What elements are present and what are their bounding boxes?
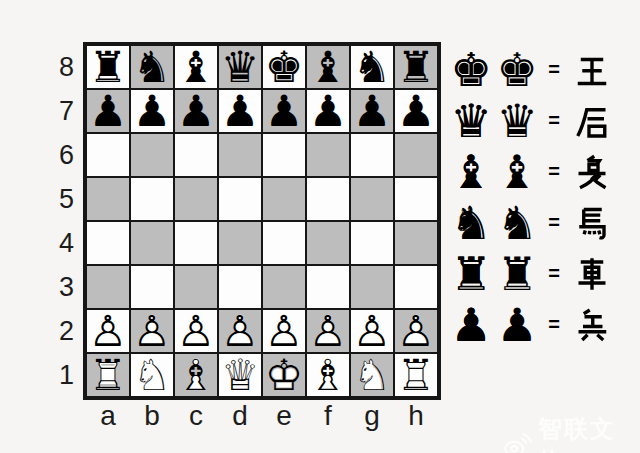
black-pawn: ♟: [351, 90, 393, 132]
white-pawn: ♟♙: [395, 310, 437, 352]
black-pawn: ♟: [219, 90, 261, 132]
square-c1[interactable]: ♝♗: [175, 354, 217, 396]
rank-label-5: 5: [48, 178, 78, 220]
white-rook-icon: ♜♖: [448, 249, 494, 299]
legend-row-pawn: ♟♙ ♟ = 兵: [448, 299, 610, 350]
black-pawn: ♟: [87, 90, 129, 132]
black-knight: ♞: [131, 46, 173, 88]
black-knight-glyph: ♞: [494, 198, 540, 248]
square-d2[interactable]: ♟♙: [219, 310, 261, 352]
square-a1[interactable]: ♜♖: [87, 354, 129, 396]
equals-sign: =: [540, 211, 568, 234]
square-h6[interactable]: [395, 134, 437, 176]
white-queen-outline: ♕: [448, 96, 494, 146]
square-g8[interactable]: ♞: [351, 46, 393, 88]
rank-label-2: 2: [48, 310, 78, 352]
watermark: 智联文体: [502, 413, 640, 453]
file-label-f: f: [307, 401, 349, 431]
white-bishop-icon: ♝♗: [448, 147, 494, 197]
square-g6[interactable]: [351, 134, 393, 176]
square-h8[interactable]: ♜: [395, 46, 437, 88]
square-b3[interactable]: [131, 266, 173, 308]
hanzi-pawn-icon: 兵: [574, 306, 610, 344]
equals-sign: =: [540, 262, 568, 285]
square-e8[interactable]: ♚: [263, 46, 305, 88]
square-d6[interactable]: [219, 134, 261, 176]
white-queen: ♛♕: [219, 354, 261, 396]
square-a2[interactable]: ♟♙: [87, 310, 129, 352]
square-d1[interactable]: ♛♕: [219, 354, 261, 396]
square-f2[interactable]: ♟♙: [307, 310, 349, 352]
rank-label-4: 4: [48, 222, 78, 264]
square-c4[interactable]: [175, 222, 217, 264]
black-king: ♚: [263, 46, 305, 88]
square-b2[interactable]: ♟♙: [131, 310, 173, 352]
file-label-c: c: [175, 401, 217, 431]
white-pawn: ♟♙: [131, 310, 173, 352]
square-g1[interactable]: ♞♘: [351, 354, 393, 396]
black-pawn: ♟: [131, 90, 173, 132]
black-pawn: ♟: [175, 90, 217, 132]
square-f3[interactable]: [307, 266, 349, 308]
black-rook: ♜: [87, 46, 129, 88]
square-e3[interactable]: [263, 266, 305, 308]
square-f7[interactable]: ♟: [307, 90, 349, 132]
legend-row-knight: ♞♘ ♞ = 馬: [448, 197, 610, 248]
rank-label-7: 7: [48, 90, 78, 132]
black-king-glyph: ♚: [494, 45, 540, 95]
white-pawn: ♟♙: [175, 310, 217, 352]
file-label-a: a: [87, 401, 129, 431]
black-bishop-icon: ♝: [494, 147, 540, 197]
rank-label-1: 1: [48, 354, 78, 396]
file-label-e: e: [263, 401, 305, 431]
black-queen: ♛: [219, 46, 261, 88]
square-d4[interactable]: [219, 222, 261, 264]
white-pawn-outline: ♙: [448, 300, 494, 350]
square-d3[interactable]: [219, 266, 261, 308]
rank-label-6: 6: [48, 134, 78, 176]
black-king-icon: ♚: [494, 45, 540, 95]
legend-row-queen: ♛♕ ♛ = 后: [448, 95, 610, 146]
file-label-b: b: [131, 401, 173, 431]
square-h5[interactable]: [395, 178, 437, 220]
square-c6[interactable]: [175, 134, 217, 176]
hanzi-queen-text: 后: [574, 140, 575, 141]
file-labels: abcdefgh: [87, 401, 437, 431]
hanzi-knight-text: 馬: [574, 242, 575, 243]
square-d8[interactable]: ♛: [219, 46, 261, 88]
black-pawn: ♟: [263, 90, 305, 132]
file-label-h: h: [395, 401, 437, 431]
black-pawn: ♟: [395, 90, 437, 132]
piece-legend: ♚♔ ♚ = 王 ♛♕ ♛ = 后 ♝♗ ♝ = 象: [448, 44, 610, 350]
square-c8[interactable]: ♝: [175, 46, 217, 88]
equals-sign: =: [540, 58, 568, 81]
square-e5[interactable]: [263, 178, 305, 220]
square-e7[interactable]: ♟: [263, 90, 305, 132]
hanzi-king-text: 王: [574, 89, 575, 90]
square-g5[interactable]: [351, 178, 393, 220]
square-a7[interactable]: ♟: [87, 90, 129, 132]
chess-board: ♜♞♝♛♚♝♞♜♟♟♟♟♟♟♟♟♟♙♟♙♟♙♟♙♟♙♟♙♟♙♟♙♜♖♞♘♝♗♛♕…: [83, 42, 441, 400]
square-a6[interactable]: [87, 134, 129, 176]
square-e2[interactable]: ♟♙: [263, 310, 305, 352]
square-c2[interactable]: ♟♙: [175, 310, 217, 352]
square-a8[interactable]: ♜: [87, 46, 129, 88]
square-c7[interactable]: ♟: [175, 90, 217, 132]
square-f5[interactable]: [307, 178, 349, 220]
equals-sign: =: [540, 160, 568, 183]
file-label-g: g: [351, 401, 393, 431]
white-rook: ♜♖: [395, 354, 437, 396]
hanzi-queen-icon: 后: [574, 102, 610, 140]
white-queen-icon: ♛♕: [448, 96, 494, 146]
white-knight-icon: ♞♘: [448, 198, 494, 248]
equals-sign: =: [540, 109, 568, 132]
white-pawn: ♟♙: [307, 310, 349, 352]
square-b5[interactable]: [131, 178, 173, 220]
weibo-icon: [502, 430, 532, 453]
white-knight: ♞♘: [351, 354, 393, 396]
square-b8[interactable]: ♞: [131, 46, 173, 88]
black-knight: ♞: [351, 46, 393, 88]
square-e1[interactable]: ♚♔: [263, 354, 305, 396]
square-d5[interactable]: [219, 178, 261, 220]
watermark-text: 智联文体: [538, 413, 640, 453]
file-label-d: d: [219, 401, 261, 431]
white-rook: ♜♖: [87, 354, 129, 396]
square-h7[interactable]: ♟: [395, 90, 437, 132]
square-f1[interactable]: ♝♗: [307, 354, 349, 396]
square-b1[interactable]: ♞♘: [131, 354, 173, 396]
white-bishop: ♝♗: [307, 354, 349, 396]
legend-row-king: ♚♔ ♚ = 王: [448, 44, 610, 95]
square-b6[interactable]: [131, 134, 173, 176]
white-pawn: ♟♙: [219, 310, 261, 352]
square-c5[interactable]: [175, 178, 217, 220]
square-g3[interactable]: [351, 266, 393, 308]
legend-row-bishop: ♝♗ ♝ = 象: [448, 146, 610, 197]
white-bishop: ♝♗: [175, 354, 217, 396]
square-h3[interactable]: [395, 266, 437, 308]
square-e4[interactable]: [263, 222, 305, 264]
black-queen-glyph: ♛: [494, 96, 540, 146]
hanzi-bishop-text: 象: [574, 191, 575, 192]
white-pawn: ♟♙: [351, 310, 393, 352]
square-b7[interactable]: ♟: [131, 90, 173, 132]
square-e6[interactable]: [263, 134, 305, 176]
black-pawn-glyph: ♟: [494, 300, 540, 350]
white-bishop-outline: ♗: [448, 147, 494, 197]
hanzi-bishop-icon: 象: [574, 153, 610, 191]
black-knight-icon: ♞: [494, 198, 540, 248]
square-h1[interactable]: ♜♖: [395, 354, 437, 396]
black-rook: ♜: [395, 46, 437, 88]
white-pawn-icon: ♟♙: [448, 300, 494, 350]
square-a5[interactable]: [87, 178, 129, 220]
square-f8[interactable]: ♝: [307, 46, 349, 88]
black-pawn: ♟: [307, 90, 349, 132]
equals-sign: =: [540, 313, 568, 336]
square-h2[interactable]: ♟♙: [395, 310, 437, 352]
square-g4[interactable]: [351, 222, 393, 264]
black-bishop-glyph: ♝: [494, 147, 540, 197]
square-a4[interactable]: [87, 222, 129, 264]
square-a3[interactable]: [87, 266, 129, 308]
white-king-icon: ♚♔: [448, 45, 494, 95]
white-king-outline: ♔: [448, 45, 494, 95]
square-g7[interactable]: ♟: [351, 90, 393, 132]
square-d7[interactable]: ♟: [219, 90, 261, 132]
white-knight: ♞♘: [131, 354, 173, 396]
white-knight-outline: ♘: [448, 198, 494, 248]
hanzi-knight-icon: 馬: [574, 204, 610, 242]
black-queen-icon: ♛: [494, 96, 540, 146]
square-f4[interactable]: [307, 222, 349, 264]
white-rook-outline: ♖: [448, 249, 494, 299]
hanzi-pawn-text: 兵: [574, 344, 575, 345]
black-bishop: ♝: [307, 46, 349, 88]
white-pawn: ♟♙: [263, 310, 305, 352]
square-g2[interactable]: ♟♙: [351, 310, 393, 352]
square-c3[interactable]: [175, 266, 217, 308]
white-king: ♚♔: [263, 354, 305, 396]
square-b4[interactable]: [131, 222, 173, 264]
white-pawn: ♟♙: [87, 310, 129, 352]
rank-label-3: 3: [48, 266, 78, 308]
rank-label-8: 8: [48, 46, 78, 88]
hanzi-rook-text: 車: [574, 293, 575, 294]
rank-labels: 87654321: [48, 46, 78, 396]
square-f6[interactable]: [307, 134, 349, 176]
hanzi-rook-icon: 車: [574, 255, 610, 293]
black-rook-icon: ♜: [494, 249, 540, 299]
hanzi-king-icon: 王: [574, 51, 610, 89]
legend-row-rook: ♜♖ ♜ = 車: [448, 248, 610, 299]
black-rook-glyph: ♜: [494, 249, 540, 299]
black-pawn-icon: ♟: [494, 300, 540, 350]
black-bishop: ♝: [175, 46, 217, 88]
square-h4[interactable]: [395, 222, 437, 264]
